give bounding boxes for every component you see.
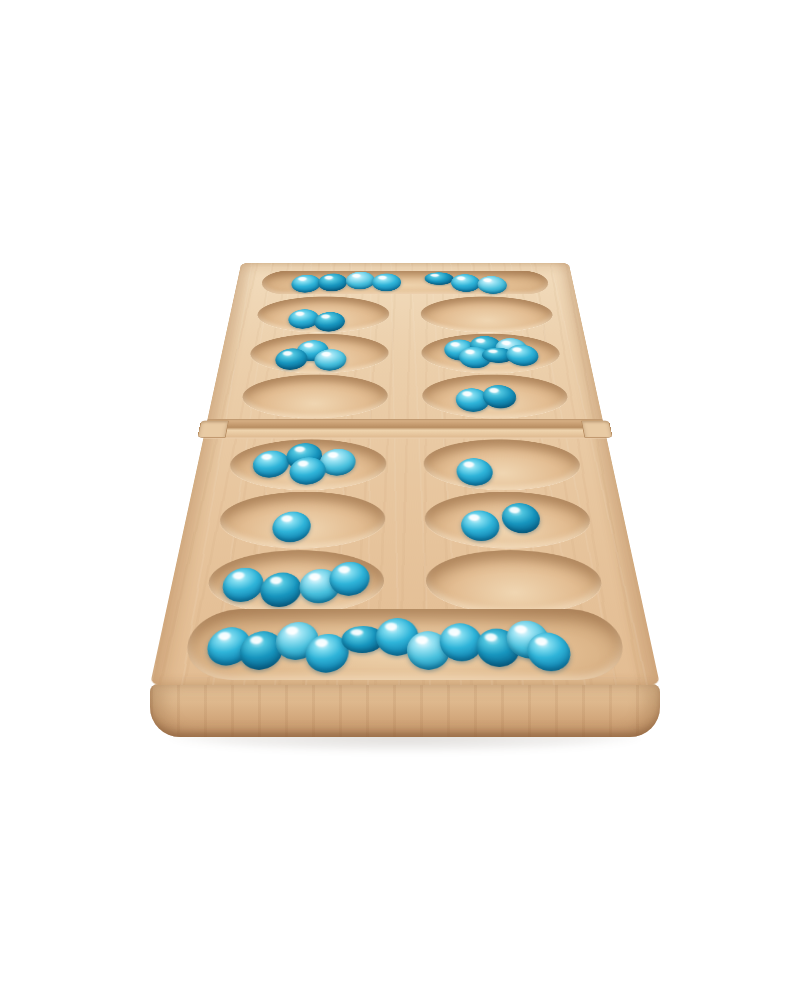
photo-scene: [0, 0, 800, 1000]
pit-f3-left[interactable]: [239, 375, 388, 418]
board-front-edge: [150, 684, 660, 737]
glass-bead: [425, 272, 454, 285]
glass-bead: [251, 451, 291, 478]
glass-bead: [505, 345, 540, 366]
pit-n2-right[interactable]: [424, 492, 595, 548]
board-hinge: [203, 419, 606, 439]
pit-f2-right[interactable]: [421, 334, 563, 373]
glass-bead: [274, 348, 309, 369]
pit-n3-right[interactable]: [425, 550, 607, 613]
glass-bead: [477, 276, 508, 294]
pit-n1-left[interactable]: [226, 439, 387, 489]
glass-bead: [372, 274, 401, 292]
glass-bead: [451, 274, 481, 292]
glass-bead: [258, 573, 302, 608]
far-store[interactable]: [260, 271, 550, 294]
pit-f1-left[interactable]: [254, 297, 389, 333]
glass-bead: [288, 457, 327, 484]
glass-bead: [456, 458, 494, 485]
hinge-tab-right: [581, 421, 613, 438]
glass-bead: [317, 274, 348, 292]
wood-grain: [150, 684, 660, 737]
pit-f3-right[interactable]: [422, 375, 571, 418]
mancala-board: [150, 263, 660, 685]
near-store[interactable]: [181, 609, 629, 680]
glass-bead: [271, 512, 313, 543]
glass-bead: [345, 272, 375, 290]
hinge-tab-left: [197, 421, 229, 438]
glass-bead: [313, 312, 345, 332]
glass-bead: [501, 503, 542, 533]
pit-f1-right[interactable]: [420, 297, 555, 333]
pit-n2-left[interactable]: [215, 492, 386, 548]
pit-f2-left[interactable]: [247, 334, 389, 373]
glass-bead: [290, 275, 321, 293]
glass-bead: [313, 349, 347, 370]
glass-bead: [460, 511, 500, 542]
pit-n1-right[interactable]: [423, 439, 584, 489]
pit-n3-left[interactable]: [203, 550, 385, 613]
glass-bead: [328, 562, 370, 596]
glass-bead: [525, 633, 573, 672]
glass-bead: [220, 568, 265, 602]
